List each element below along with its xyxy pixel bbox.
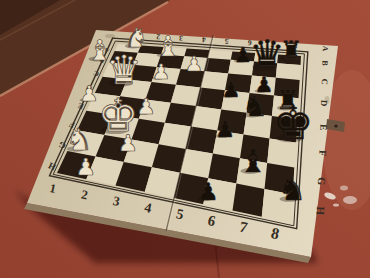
- piece-bB-g7: ♝: [239, 142, 268, 180]
- photo-stage: chess 1234567812345678ABCDEFGHABCDEFGH ♞…: [0, 0, 370, 278]
- piece-bN-g8: ♞: [278, 170, 307, 208]
- svg-text:♞: ♞: [65, 122, 92, 157]
- square-a5: [208, 50, 233, 60]
- right-file-label-F: F: [317, 150, 328, 157]
- piece-wP-d2: ♟: [79, 81, 98, 106]
- piece-bK-e8: ♚: [272, 96, 313, 150]
- piece-wP-c3: ♟: [152, 60, 171, 84]
- piece-wB-a2: ♝: [155, 30, 180, 63]
- right-file-label-E: E: [318, 124, 328, 131]
- square-d4: [171, 85, 201, 106]
- svg-text:♟: ♟: [76, 153, 97, 180]
- svg-text:♟: ♟: [136, 94, 156, 119]
- svg-text:♟: ♟: [215, 116, 235, 142]
- piece-wP-e3: ♟: [136, 94, 156, 119]
- piece-bP-g6: ♟: [197, 178, 218, 206]
- piece-bN-d7: ♞: [242, 89, 268, 123]
- svg-text:♞: ♞: [242, 89, 268, 123]
- svg-text:♚: ♚: [272, 96, 313, 150]
- svg-text:♝: ♝: [239, 142, 268, 180]
- right-file-label-A: A: [321, 46, 330, 52]
- svg-text:♟: ♟: [221, 77, 240, 102]
- svg-text:♛: ♛: [106, 47, 142, 93]
- piece-wN-g1: ♞: [65, 122, 92, 157]
- piece-wQ-c2: ♛: [106, 47, 142, 93]
- chessboard-photo: chess 1234567812345678ABCDEFGHABCDEFGH ♞…: [0, 0, 370, 278]
- right-file-label-D: D: [319, 100, 329, 108]
- piece-wP-b4: ♟: [185, 52, 204, 76]
- piece-wP-g3: ♟: [118, 130, 138, 156]
- svg-text:♟: ♟: [197, 178, 218, 206]
- svg-text:♞: ♞: [278, 170, 307, 208]
- piece-bP-d6: ♟: [221, 77, 240, 102]
- svg-text:♟: ♟: [118, 130, 138, 156]
- svg-text:♟: ♟: [152, 60, 171, 84]
- right-file-label-C: C: [320, 78, 330, 85]
- piece-bP-e6: ♟: [215, 116, 235, 142]
- piece-wP-h2: ♟: [76, 153, 97, 180]
- right-file-label-H: H: [315, 206, 327, 216]
- svg-text:♝: ♝: [155, 30, 180, 63]
- right-file-label-G: G: [316, 177, 327, 186]
- piece-bQ-b7: ♛: [249, 32, 284, 77]
- svg-text:♛: ♛: [249, 32, 284, 77]
- svg-text:♟: ♟: [79, 81, 98, 106]
- svg-text:♟: ♟: [185, 52, 204, 76]
